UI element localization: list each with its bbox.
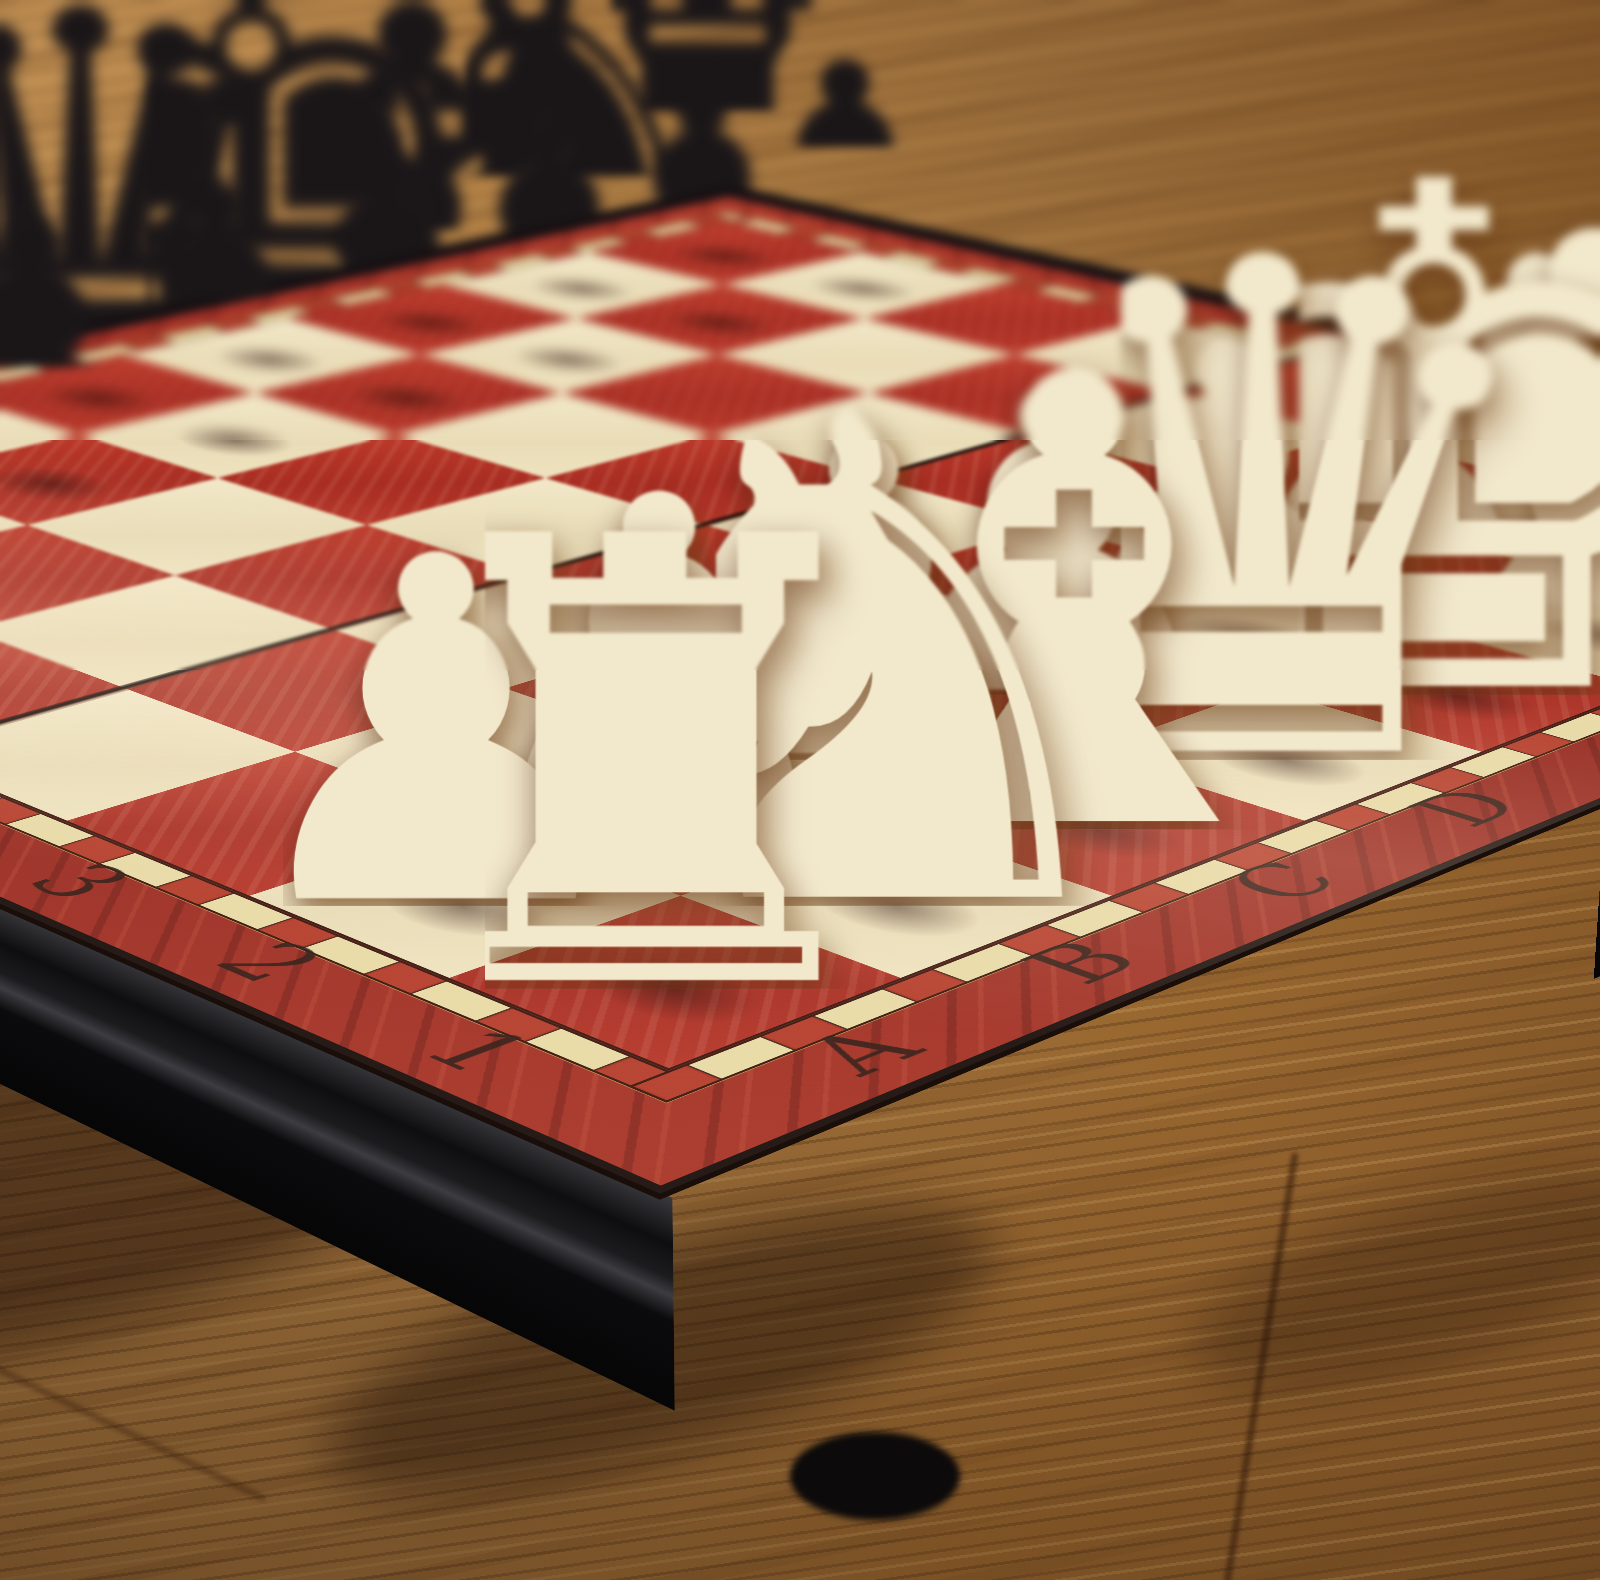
piece-black-rook-h8: ♜ — [611, 0, 804, 256]
chess-board: 1234ABCD♜♞♝♛♚♝♞♜♟♟♟♟♟♟♟♟♟♟♟♟♟♟♟♟♜♞♝♛♚♝♞♜ — [0, 186, 1600, 1194]
piece-black-queen-d8: ♛ — [0, 0, 188, 398]
square-e3 — [878, 525, 1230, 630]
square-b3 — [295, 688, 690, 820]
piece-black-king-e8: ♚ — [146, 0, 357, 359]
square-b5 — [0, 575, 334, 688]
square-c4 — [334, 575, 699, 688]
square-b6 — [0, 525, 175, 630]
square-b4 — [125, 630, 505, 752]
square-c5 — [175, 525, 527, 630]
scene-3d: 1234ABCD♜♞♝♛♚♝♞♜♟♟♟♟♟♟♟♟♟♟♟♟♟♟♟♟♜♞♝♛♚♝♞♜ — [0, 0, 1600, 1580]
square-d4 — [527, 525, 879, 630]
photo-chess-scene: { "game": { "name": "Chess", "setting": … — [0, 0, 1600, 1580]
piece-black-bishop-c8: ♝ — [0, 0, 9, 439]
